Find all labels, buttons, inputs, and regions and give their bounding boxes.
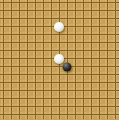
- board-cell[interactable]: [48, 7, 56, 15]
- board-cell[interactable]: [16, 103, 24, 111]
- board-cell[interactable]: [0, 87, 8, 95]
- board-cell[interactable]: [16, 47, 24, 55]
- board-cell[interactable]: [0, 71, 8, 79]
- board-cell[interactable]: [32, 111, 40, 119]
- board-cell[interactable]: [32, 23, 40, 31]
- board-cell[interactable]: [64, 111, 72, 119]
- board-cell[interactable]: [16, 39, 24, 47]
- board-cell[interactable]: [0, 63, 8, 71]
- board-cell[interactable]: [0, 47, 8, 55]
- board-cell[interactable]: [104, 63, 112, 71]
- board-cell[interactable]: [48, 95, 56, 103]
- board-cell[interactable]: [56, 31, 64, 39]
- board-cell[interactable]: [32, 87, 40, 95]
- board-cell[interactable]: [24, 79, 32, 87]
- board-cell[interactable]: [56, 79, 64, 87]
- board-cell[interactable]: [32, 47, 40, 55]
- board-cell[interactable]: [64, 47, 72, 55]
- board-cell[interactable]: [8, 39, 16, 47]
- board-cell[interactable]: [24, 55, 32, 63]
- board-cell[interactable]: [32, 31, 40, 39]
- board-cell[interactable]: [72, 63, 80, 71]
- board-cell[interactable]: [64, 15, 72, 23]
- board-cell[interactable]: [104, 47, 112, 55]
- board-cell[interactable]: [96, 95, 104, 103]
- board-cell[interactable]: [88, 79, 96, 87]
- board-cell[interactable]: [88, 87, 96, 95]
- board-cell[interactable]: [80, 0, 88, 7]
- board-cell[interactable]: [112, 95, 120, 103]
- board-cell[interactable]: [24, 95, 32, 103]
- board-cell[interactable]: [40, 95, 48, 103]
- board-cell[interactable]: [72, 39, 80, 47]
- board-cell[interactable]: [96, 87, 104, 95]
- board-cell[interactable]: [32, 71, 40, 79]
- board-cell[interactable]: [40, 63, 48, 71]
- board-cell[interactable]: [48, 15, 56, 23]
- board-cell[interactable]: [0, 23, 8, 31]
- board-cell[interactable]: [64, 71, 72, 79]
- board-cell[interactable]: [48, 71, 56, 79]
- board-cell[interactable]: [104, 111, 112, 119]
- board-cell[interactable]: [88, 63, 96, 71]
- board-cell[interactable]: [88, 7, 96, 15]
- board-cell[interactable]: [80, 95, 88, 103]
- board-cell[interactable]: [72, 0, 80, 7]
- board-cell[interactable]: [96, 111, 104, 119]
- board-cell[interactable]: [112, 31, 120, 39]
- board-cell[interactable]: [88, 31, 96, 39]
- board-cell[interactable]: [0, 31, 8, 39]
- board-cell[interactable]: [112, 47, 120, 55]
- board-cell[interactable]: [8, 103, 16, 111]
- board-cell[interactable]: [80, 7, 88, 15]
- board-cell[interactable]: [0, 0, 8, 7]
- board-cell[interactable]: [80, 15, 88, 23]
- board-cell[interactable]: [88, 103, 96, 111]
- board-cell[interactable]: [24, 31, 32, 39]
- board-cell[interactable]: [88, 0, 96, 7]
- board-cell[interactable]: [56, 95, 64, 103]
- board-cell[interactable]: [72, 79, 80, 87]
- board-cell[interactable]: [112, 0, 120, 7]
- board-cell[interactable]: [0, 39, 8, 47]
- board-cell[interactable]: [88, 71, 96, 79]
- board-cell[interactable]: [104, 15, 112, 23]
- board-cell[interactable]: [56, 87, 64, 95]
- board-cell[interactable]: [24, 47, 32, 55]
- board-cell[interactable]: [40, 79, 48, 87]
- board-cell[interactable]: [88, 55, 96, 63]
- board-cell[interactable]: [56, 0, 64, 7]
- board-cell[interactable]: [32, 55, 40, 63]
- board-cell[interactable]: [40, 87, 48, 95]
- board-cell[interactable]: [24, 103, 32, 111]
- board-cell[interactable]: [80, 55, 88, 63]
- board-cell[interactable]: [112, 71, 120, 79]
- board-cell[interactable]: [32, 15, 40, 23]
- board-cell[interactable]: [112, 39, 120, 47]
- go-app-screenshot: [0, 0, 119, 120]
- board-cell[interactable]: [8, 79, 16, 87]
- board-cell[interactable]: [16, 95, 24, 103]
- board-cell[interactable]: [8, 31, 16, 39]
- board-cell[interactable]: [8, 63, 16, 71]
- board-cell[interactable]: [64, 23, 72, 31]
- board-cell[interactable]: [96, 39, 104, 47]
- board-cell[interactable]: [104, 31, 112, 39]
- board-cell[interactable]: [16, 87, 24, 95]
- board-cell[interactable]: [48, 87, 56, 95]
- board-cell[interactable]: [40, 0, 48, 7]
- board-cell[interactable]: [80, 103, 88, 111]
- board-cell[interactable]: [48, 111, 56, 119]
- board-cell[interactable]: [32, 0, 40, 7]
- board-cell[interactable]: [8, 0, 16, 7]
- board-cell[interactable]: [64, 103, 72, 111]
- board-cell[interactable]: [88, 111, 96, 119]
- board-cell[interactable]: [80, 31, 88, 39]
- board-cell[interactable]: [40, 103, 48, 111]
- board-cell[interactable]: [104, 23, 112, 31]
- board-cell[interactable]: [0, 15, 8, 23]
- board-cell[interactable]: [16, 15, 24, 23]
- board-cell[interactable]: [24, 111, 32, 119]
- board-cell[interactable]: [72, 47, 80, 55]
- board-cell[interactable]: [56, 39, 64, 47]
- board-cell[interactable]: [72, 111, 80, 119]
- board-cell[interactable]: [80, 71, 88, 79]
- board-cell[interactable]: [0, 55, 8, 63]
- board-cell[interactable]: [64, 7, 72, 15]
- board-cell[interactable]: [72, 15, 80, 23]
- board-cell[interactable]: [96, 63, 104, 71]
- board-cell[interactable]: [32, 103, 40, 111]
- board-cell[interactable]: [96, 103, 104, 111]
- board-cell[interactable]: [24, 15, 32, 23]
- board-cell[interactable]: [16, 79, 24, 87]
- board-cell[interactable]: [88, 47, 96, 55]
- board-cell[interactable]: [56, 71, 64, 79]
- board-cell[interactable]: [112, 7, 120, 15]
- board-cell[interactable]: [112, 23, 120, 31]
- board-cell[interactable]: [56, 103, 64, 111]
- board-cell[interactable]: [16, 111, 24, 119]
- board-cell[interactable]: [40, 47, 48, 55]
- board-cell[interactable]: [112, 79, 120, 87]
- board-cell[interactable]: [8, 95, 16, 103]
- board-cell[interactable]: [8, 7, 16, 15]
- board-cell[interactable]: [104, 103, 112, 111]
- board-cell[interactable]: [8, 87, 16, 95]
- black-stone: [63, 62, 72, 71]
- board-cell[interactable]: [96, 79, 104, 87]
- board-cell[interactable]: [104, 39, 112, 47]
- board-cell[interactable]: [96, 71, 104, 79]
- board-cell[interactable]: [72, 103, 80, 111]
- board-cell[interactable]: [8, 47, 16, 55]
- board-cell[interactable]: [104, 79, 112, 87]
- board-cell[interactable]: [32, 95, 40, 103]
- board-cell[interactable]: [40, 7, 48, 15]
- board-cell[interactable]: [96, 7, 104, 15]
- board-cell[interactable]: [48, 79, 56, 87]
- board-cell[interactable]: [80, 23, 88, 31]
- board-cell[interactable]: [40, 111, 48, 119]
- board-cell[interactable]: [72, 55, 80, 63]
- board-cell[interactable]: [40, 15, 48, 23]
- board-cell[interactable]: [24, 23, 32, 31]
- board-cell[interactable]: [48, 31, 56, 39]
- board-cell[interactable]: [72, 95, 80, 103]
- board-cell[interactable]: [24, 0, 32, 7]
- board-cell[interactable]: [112, 55, 120, 63]
- board-cell[interactable]: [88, 39, 96, 47]
- board-cell[interactable]: [80, 39, 88, 47]
- board-cell[interactable]: [112, 87, 120, 95]
- board-cell[interactable]: [0, 7, 8, 15]
- board-cell[interactable]: [72, 87, 80, 95]
- board-cell[interactable]: [56, 111, 64, 119]
- board-cell[interactable]: [8, 111, 16, 119]
- board-cell[interactable]: [40, 39, 48, 47]
- board-cell[interactable]: [72, 71, 80, 79]
- board-cell[interactable]: [24, 39, 32, 47]
- board-cell[interactable]: [104, 87, 112, 95]
- board-cell[interactable]: [24, 87, 32, 95]
- board-cell[interactable]: [24, 63, 32, 71]
- board-cell[interactable]: [96, 23, 104, 31]
- board-cell[interactable]: [80, 87, 88, 95]
- board-cell[interactable]: [80, 111, 88, 119]
- board-cell[interactable]: [8, 55, 16, 63]
- board-cell[interactable]: [64, 79, 72, 87]
- board-cell[interactable]: [24, 7, 32, 15]
- board-cell[interactable]: [40, 23, 48, 31]
- board-cell[interactable]: [48, 63, 56, 71]
- board-cell[interactable]: [32, 7, 40, 15]
- board-cell[interactable]: [96, 55, 104, 63]
- board-cell[interactable]: [80, 47, 88, 55]
- board-cell[interactable]: [16, 23, 24, 31]
- board-cell[interactable]: [16, 7, 24, 15]
- board-cell[interactable]: [80, 63, 88, 71]
- board-cell[interactable]: [48, 0, 56, 7]
- board-cell[interactable]: [32, 79, 40, 87]
- board-cell[interactable]: [16, 0, 24, 7]
- board-cell[interactable]: [48, 47, 56, 55]
- board-cell[interactable]: [0, 111, 8, 119]
- board-cell[interactable]: [16, 55, 24, 63]
- board-cell[interactable]: [72, 7, 80, 15]
- board-cell[interactable]: [64, 31, 72, 39]
- board-cell[interactable]: [104, 95, 112, 103]
- board-cell[interactable]: [104, 71, 112, 79]
- board-cell[interactable]: [40, 71, 48, 79]
- board-cell[interactable]: [64, 39, 72, 47]
- board-cell[interactable]: [32, 39, 40, 47]
- white-stone: [54, 54, 64, 64]
- board-cell[interactable]: [96, 47, 104, 55]
- board-cell[interactable]: [64, 87, 72, 95]
- board-cell[interactable]: [8, 71, 16, 79]
- board-cell[interactable]: [88, 23, 96, 31]
- board-cell[interactable]: [112, 15, 120, 23]
- board-cell[interactable]: [88, 95, 96, 103]
- board-cell[interactable]: [48, 39, 56, 47]
- board-cell[interactable]: [8, 15, 16, 23]
- board-cell[interactable]: [0, 95, 8, 103]
- board-cell[interactable]: [112, 111, 120, 119]
- board-cell[interactable]: [24, 71, 32, 79]
- board-cell[interactable]: [72, 23, 80, 31]
- white-stone: [54, 22, 64, 32]
- board-cell[interactable]: [40, 31, 48, 39]
- board-cell[interactable]: [72, 31, 80, 39]
- board-cell[interactable]: [112, 63, 120, 71]
- board-cell[interactable]: [80, 79, 88, 87]
- go-board[interactable]: [0, 0, 119, 119]
- board-cell[interactable]: [96, 0, 104, 7]
- board-cell[interactable]: [64, 95, 72, 103]
- board-cell[interactable]: [32, 63, 40, 71]
- board-cell[interactable]: [48, 103, 56, 111]
- board-cell[interactable]: [16, 71, 24, 79]
- board-cell[interactable]: [88, 15, 96, 23]
- board-cell[interactable]: [104, 0, 112, 7]
- board-cell[interactable]: [64, 0, 72, 7]
- board-cell[interactable]: [104, 7, 112, 15]
- board-cell[interactable]: [16, 31, 24, 39]
- board-cell[interactable]: [40, 55, 48, 63]
- board-cell[interactable]: [0, 103, 8, 111]
- board-cell[interactable]: [104, 55, 112, 63]
- board-cell[interactable]: [56, 7, 64, 15]
- board-cell[interactable]: [16, 63, 24, 71]
- board-cell[interactable]: [96, 15, 104, 23]
- board-cell[interactable]: [112, 103, 120, 111]
- board-cell[interactable]: [8, 23, 16, 31]
- board-cell[interactable]: [0, 79, 8, 87]
- board-cell[interactable]: [96, 31, 104, 39]
